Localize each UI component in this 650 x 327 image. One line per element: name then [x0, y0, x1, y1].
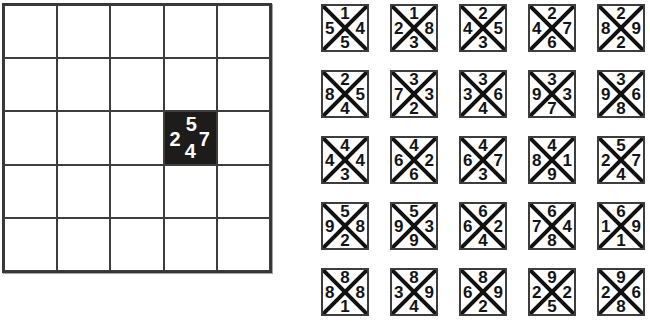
tray-tile-12[interactable]: 4626 — [390, 136, 438, 184]
tile-number-bottom: 3 — [340, 166, 349, 183]
tray-tile-16[interactable]: 5982 — [321, 202, 369, 250]
board-cell-r1c5[interactable] — [217, 5, 270, 58]
tile-number-right: 7 — [563, 20, 572, 37]
tile-number-left: 8 — [325, 86, 334, 103]
board-cell-r2c2[interactable] — [57, 58, 110, 111]
board-cell-r5c5[interactable] — [217, 218, 270, 271]
tray-tile-11[interactable]: 4443 — [321, 136, 369, 184]
tile-number-top: 3 — [409, 71, 418, 88]
tile-number-top: 4 — [478, 137, 487, 154]
board-cell-r4c4[interactable] — [164, 165, 217, 218]
tile-number-top: 8 — [340, 269, 349, 286]
tile-number-right: 2 — [563, 284, 572, 301]
placed-tile-number-bottom: 4 — [185, 141, 196, 161]
tray-tile-17[interactable]: 5939 — [390, 202, 438, 250]
tile-number-left: 8 — [325, 284, 334, 301]
tray-tile-24[interactable]: 9225 — [528, 268, 576, 316]
tile-number-bottom: 6 — [547, 34, 556, 51]
tile-number-top: 2 — [478, 5, 487, 22]
tile-number-top: 4 — [409, 137, 418, 154]
tile-number-top: 1 — [340, 5, 349, 22]
tile-number-top: 5 — [340, 203, 349, 220]
board-cell-r1c2[interactable] — [57, 5, 110, 58]
tile-number-left: 6 — [463, 218, 472, 235]
tile-number-bottom: 2 — [409, 100, 418, 117]
tile-number-left: 9 — [394, 218, 403, 235]
puzzle-board: 5274 — [2, 3, 272, 273]
tile-number-right: 1 — [563, 152, 572, 169]
tile-number-top: 4 — [340, 137, 349, 154]
tray-tile-14[interactable]: 4819 — [528, 136, 576, 184]
tray-tile-6[interactable]: 2854 — [321, 70, 369, 118]
tile-number-bottom: 7 — [547, 100, 556, 117]
board-cell-r2c3[interactable] — [110, 58, 163, 111]
tile-number-bottom: 2 — [616, 34, 625, 51]
tile-number-bottom: 2 — [478, 298, 487, 315]
tile-number-top: 8 — [409, 269, 418, 286]
tile-number-right: 8 — [356, 284, 365, 301]
tile-number-right: 3 — [563, 86, 572, 103]
board-cell-r1c1[interactable] — [4, 5, 57, 58]
tile-number-left: 9 — [532, 86, 541, 103]
tile-number-bottom: 3 — [409, 34, 418, 51]
tile-number-left: 6 — [463, 284, 472, 301]
tile-number-top: 2 — [547, 5, 556, 22]
tile-number-left: 5 — [325, 20, 334, 37]
tile-number-top: 2 — [616, 5, 625, 22]
board-cell-r3c3[interactable] — [110, 111, 163, 164]
tile-tray: 1545128324532476289228543732336439373968… — [321, 4, 645, 316]
tile-number-bottom: 3 — [478, 34, 487, 51]
placed-tile-number-left: 2 — [170, 129, 181, 149]
tile-number-right: 3 — [425, 218, 434, 235]
tile-number-right: 8 — [425, 20, 434, 37]
tile-number-bottom: 6 — [409, 166, 418, 183]
tile-number-top: 6 — [478, 203, 487, 220]
tile-number-right: 7 — [494, 152, 503, 169]
tile-number-bottom: 2 — [340, 232, 349, 249]
tile-number-left: 4 — [463, 20, 472, 37]
tile-number-bottom: 4 — [478, 232, 487, 249]
board-cell-r4c1[interactable] — [4, 165, 57, 218]
tray-tile-23[interactable]: 8692 — [459, 268, 507, 316]
tray-tile-13[interactable]: 4673 — [459, 136, 507, 184]
board-cell-r4c3[interactable] — [110, 165, 163, 218]
tile-number-left: 3 — [463, 86, 472, 103]
tile-number-left: 8 — [601, 20, 610, 37]
tray-tile-2[interactable]: 1283 — [390, 4, 438, 52]
tile-number-right: 5 — [494, 20, 503, 37]
tile-number-right: 7 — [632, 152, 641, 169]
placed-tile-r3c4[interactable]: 5274 — [164, 111, 217, 164]
tile-number-top: 2 — [340, 71, 349, 88]
tile-number-bottom: 9 — [547, 166, 556, 183]
tile-number-bottom: 3 — [478, 166, 487, 183]
tray-tile-15[interactable]: 5274 — [597, 136, 645, 184]
tile-number-bottom: 1 — [616, 232, 625, 249]
tray-tile-18[interactable]: 6624 — [459, 202, 507, 250]
tray-tile-7[interactable]: 3732 — [390, 70, 438, 118]
tile-number-left: 2 — [394, 20, 403, 37]
tile-number-top: 3 — [547, 71, 556, 88]
tile-number-left: 4 — [325, 152, 334, 169]
tile-number-top: 8 — [478, 269, 487, 286]
board-cell-r3c2[interactable] — [57, 111, 110, 164]
tile-number-right: 9 — [494, 284, 503, 301]
board-cell-r5c2[interactable] — [57, 218, 110, 271]
tile-number-right: 3 — [425, 86, 434, 103]
tile-number-left: 2 — [532, 284, 541, 301]
tile-number-bottom: 1 — [340, 298, 349, 315]
tile-number-bottom: 9 — [409, 232, 418, 249]
tile-number-left: 6 — [394, 152, 403, 169]
board-cell-r4c2[interactable] — [57, 165, 110, 218]
tile-number-left: 2 — [601, 284, 610, 301]
board-cell-r1c4[interactable] — [164, 5, 217, 58]
board-cell-r2c5[interactable] — [217, 58, 270, 111]
board-cell-r5c1[interactable] — [4, 218, 57, 271]
tile-number-top: 9 — [547, 269, 556, 286]
board-cell-r3c5[interactable] — [217, 111, 270, 164]
tray-tile-21[interactable]: 8881 — [321, 268, 369, 316]
board-cell-r5c3[interactable] — [110, 218, 163, 271]
board-cell-r1c3[interactable] — [110, 5, 163, 58]
board-cell-r4c5[interactable] — [217, 165, 270, 218]
tile-number-left: 8 — [532, 152, 541, 169]
tile-number-left: 3 — [394, 284, 403, 301]
tray-tile-4[interactable]: 2476 — [528, 4, 576, 52]
tray-tile-5[interactable]: 2892 — [597, 4, 645, 52]
tile-number-left: 9 — [325, 218, 334, 235]
tile-number-right: 4 — [356, 152, 365, 169]
tile-number-top: 5 — [616, 137, 625, 154]
tile-number-right: 9 — [632, 218, 641, 235]
tray-tile-8[interactable]: 3364 — [459, 70, 507, 118]
tile-number-bottom: 8 — [616, 100, 625, 117]
tile-number-bottom: 5 — [340, 34, 349, 51]
tile-number-right: 8 — [356, 218, 365, 235]
tile-number-right: 4 — [563, 218, 572, 235]
tile-number-top: 3 — [478, 71, 487, 88]
tile-number-top: 6 — [547, 203, 556, 220]
board-cell-r2c4[interactable] — [164, 58, 217, 111]
tile-number-right: 6 — [632, 86, 641, 103]
tile-number-bottom: 8 — [547, 232, 556, 249]
tray-tile-20[interactable]: 6191 — [597, 202, 645, 250]
tile-number-left: 4 — [532, 20, 541, 37]
tile-number-right: 6 — [494, 86, 503, 103]
tile-number-left: 1 — [601, 218, 610, 235]
puzzle-page: 5274 15451283245324762892285437323364393… — [0, 0, 650, 327]
tile-number-left: 2 — [601, 152, 610, 169]
tile-number-right: 5 — [356, 86, 365, 103]
tile-number-right: 2 — [425, 152, 434, 169]
board-cell-r5c4[interactable] — [164, 218, 217, 271]
tile-number-left: 7 — [532, 218, 541, 235]
tile-number-right: 6 — [632, 284, 641, 301]
placed-tile-number-top: 5 — [186, 114, 197, 134]
tray-tile-25[interactable]: 9268 — [597, 268, 645, 316]
placed-tile-number-right: 7 — [199, 129, 210, 149]
tray-tile-10[interactable]: 3968 — [597, 70, 645, 118]
tile-number-top: 3 — [616, 71, 625, 88]
tray-tile-22[interactable]: 8394 — [390, 268, 438, 316]
tray-tile-9[interactable]: 3937 — [528, 70, 576, 118]
tile-number-bottom: 4 — [616, 166, 625, 183]
board-cell-r2c1[interactable] — [4, 58, 57, 111]
tile-number-top: 1 — [409, 5, 418, 22]
tile-number-top: 4 — [547, 137, 556, 154]
tile-number-bottom: 8 — [616, 298, 625, 315]
tile-number-bottom: 4 — [478, 100, 487, 117]
tile-number-bottom: 4 — [340, 100, 349, 117]
tile-number-right: 9 — [425, 284, 434, 301]
tray-tile-19[interactable]: 6748 — [528, 202, 576, 250]
tile-number-right: 2 — [494, 218, 503, 235]
tray-tile-1[interactable]: 1545 — [321, 4, 369, 52]
tile-number-left: 9 — [601, 86, 610, 103]
tray-tile-3[interactable]: 2453 — [459, 4, 507, 52]
tile-number-top: 6 — [616, 203, 625, 220]
tile-number-right: 9 — [632, 20, 641, 37]
board-cell-r3c1[interactable] — [4, 111, 57, 164]
tile-number-right: 4 — [356, 20, 365, 37]
tile-number-left: 6 — [463, 152, 472, 169]
tile-number-left: 7 — [394, 86, 403, 103]
tile-number-bottom: 5 — [547, 298, 556, 315]
tile-number-bottom: 4 — [409, 298, 418, 315]
tile-number-top: 9 — [616, 269, 625, 286]
tile-number-top: 5 — [409, 203, 418, 220]
